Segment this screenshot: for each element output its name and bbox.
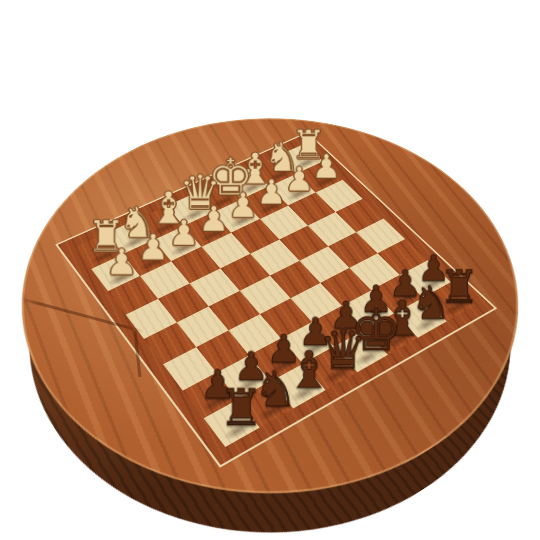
white-pawn[interactable]: ♟ [166,216,201,251]
square-a8[interactable]: ♜ [204,399,260,446]
white-pawn[interactable]: ♟ [197,202,232,237]
black-rook[interactable]: ♜ [219,383,260,433]
white-pawn[interactable]: ♟ [104,244,140,280]
white-pawn[interactable]: ♟ [135,230,171,266]
perspective-scene: ♜♞♝♛♚♝♞♜♟♟♟♟♟♟♟♟♟♟♟♟♟♟♟♟♜♞♝♛♚♝♞♜ [0,0,540,540]
square-a2[interactable]: ♟ [91,254,140,291]
chess-set-photo: ♜♞♝♛♚♝♞♜♟♟♟♟♟♟♟♟♟♟♟♟♟♟♟♟♜♞♝♛♚♝♞♜ [0,0,540,540]
board-plane: ♜♞♝♛♚♝♞♜♟♟♟♟♟♟♟♟♟♟♟♟♟♟♟♟♜♞♝♛♚♝♞♜ [0,68,540,540]
